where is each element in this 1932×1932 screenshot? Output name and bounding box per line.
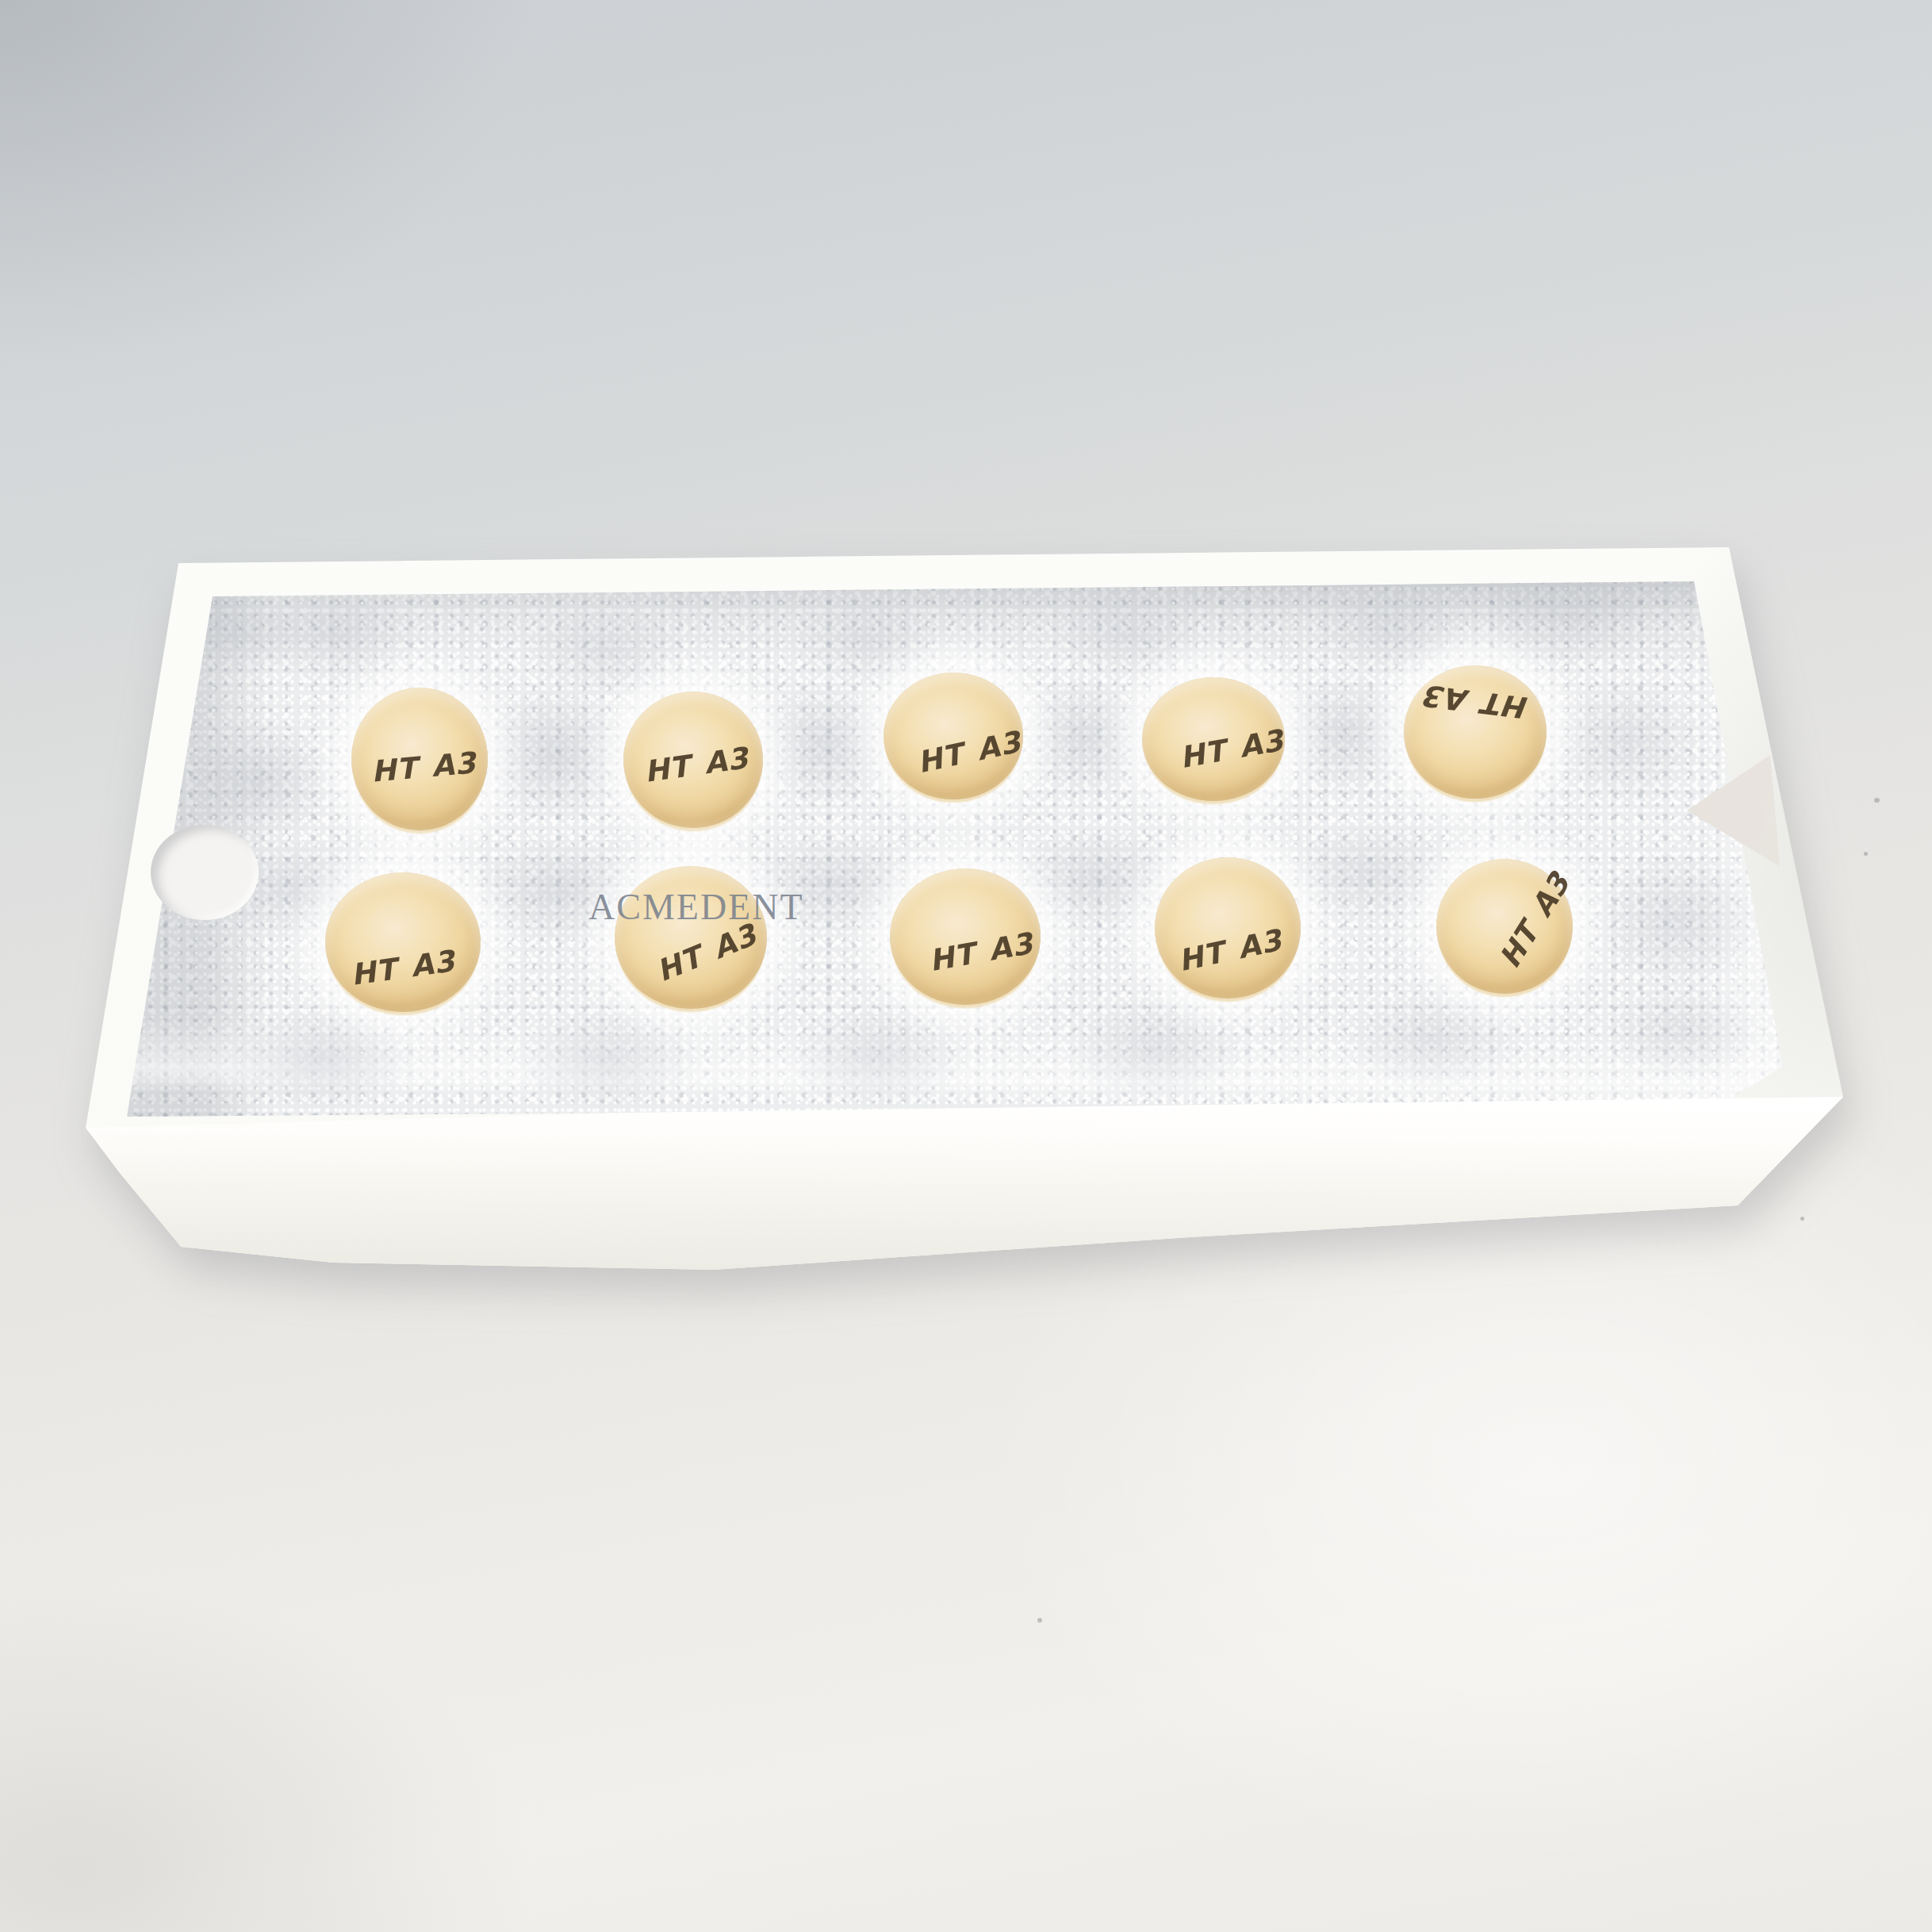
disc-label: HT A3 xyxy=(1423,680,1531,723)
ceramic-disc: HT A3 xyxy=(1436,859,1573,994)
disc-label: HT A3 xyxy=(1494,868,1575,972)
disc-label: HT A3 xyxy=(1178,725,1286,772)
disc-label: HT A3 xyxy=(349,945,457,989)
ceramic-disc: HT A3 xyxy=(325,872,481,1012)
foam-notch-left xyxy=(151,825,259,920)
product-box: HT A3 HT A3 HT A3 HT A3 HT A3 HT A3 HT A… xyxy=(0,0,1932,1932)
ceramic-disc: HT A3 xyxy=(1155,857,1301,999)
ceramic-disc: HT A3 xyxy=(351,688,488,830)
ceramic-disc: HT A3 xyxy=(884,673,1023,799)
watermark-text: ACMEDENT xyxy=(588,884,804,931)
ceramic-disc: HT A3 xyxy=(1404,665,1547,799)
disc-label: HT A3 xyxy=(370,748,477,786)
disc-label: HT A3 xyxy=(914,726,1023,777)
ceramic-disc: HT A3 xyxy=(1142,677,1285,801)
ceramic-disc: HT A3 xyxy=(890,868,1041,1005)
disc-label: HT A3 xyxy=(642,742,750,786)
disc-label: HT A3 xyxy=(927,928,1036,975)
photo-scene: HT A3 HT A3 HT A3 HT A3 HT A3 HT A3 HT A… xyxy=(0,0,1932,1932)
disc-label: HT A3 xyxy=(1175,925,1284,976)
ceramic-disc: HT A3 xyxy=(623,692,763,828)
